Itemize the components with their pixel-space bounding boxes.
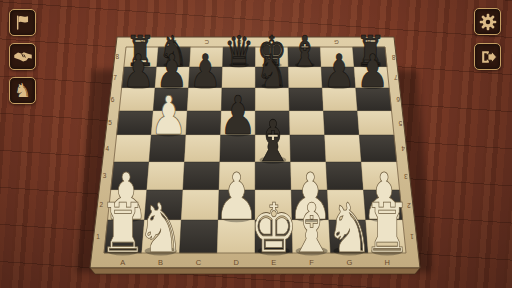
black-pawn-d5[interactable]: ♟: [219, 85, 256, 146]
white-pawn-b5[interactable]: ♟: [150, 85, 187, 146]
knight-icon: ♞: [14, 81, 31, 100]
square-f6[interactable]: [289, 88, 324, 111]
rank-label-right-7: 7: [394, 74, 398, 81]
rank-label-right-8: 8: [392, 54, 396, 61]
black-pawn-c7[interactable]: ♟: [189, 45, 221, 98]
hint-button[interactable]: ♞: [9, 77, 36, 104]
file-label-bottom-c: C: [196, 258, 202, 267]
square-c5[interactable]: [186, 111, 221, 135]
rank-label-right-5: 5: [398, 120, 402, 127]
square-h5[interactable]: [357, 111, 393, 135]
rank-label-right-6: 6: [396, 96, 400, 103]
draw-offer-button[interactable]: [9, 43, 36, 70]
square-b3[interactable]: [147, 162, 185, 190]
square-f5[interactable]: [289, 111, 324, 135]
rank-label-left-5: 5: [108, 119, 112, 126]
resign-button[interactable]: [9, 9, 36, 36]
square-c1[interactable]: [180, 220, 219, 253]
exit-icon: [478, 47, 498, 67]
exit-button[interactable]: [474, 43, 501, 70]
chess-app-screen: AABBCCDDEEFFGGHH1122334455667788♜♞♛♚♝♜♟♟…: [0, 0, 512, 288]
square-a5[interactable]: [117, 111, 154, 135]
black-queen-d8[interactable]: ♛: [224, 27, 254, 76]
board-front-edge: [90, 268, 420, 274]
black-knight-e7[interactable]: ♞: [256, 45, 288, 98]
white-knight-b1[interactable]: ♞: [137, 188, 185, 267]
square-g5[interactable]: [323, 111, 359, 135]
rank-label-left-8: 8: [115, 53, 119, 60]
white-rook-h1[interactable]: ♜: [363, 188, 411, 267]
rank-label-left-6: 6: [111, 96, 115, 103]
gear-icon: [478, 12, 498, 32]
file-label-bottom-d: D: [233, 258, 239, 267]
handshake-icon: [13, 47, 33, 67]
flag-icon: [13, 13, 32, 32]
chess-board: AABBCCDDEEFFGGHH1122334455667788♜♞♛♚♝♜♟♟…: [0, 0, 512, 288]
black-pawn-g7[interactable]: ♟: [323, 45, 355, 98]
black-pawn-h7[interactable]: ♟: [356, 45, 388, 98]
black-bishop-f8[interactable]: ♝: [290, 27, 320, 76]
settings-button[interactable]: [474, 8, 501, 35]
rank-label-left-4: 4: [106, 145, 110, 152]
rank-label-right-4: 4: [401, 145, 405, 152]
rank-label-left-7: 7: [113, 74, 117, 81]
